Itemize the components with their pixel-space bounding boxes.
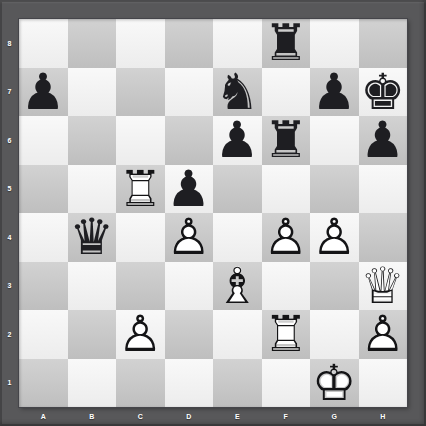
black-pawn[interactable]: ♟ — [359, 116, 408, 165]
square-c3[interactable] — [116, 262, 165, 311]
square-e8[interactable] — [213, 19, 262, 68]
square-h7[interactable]: ♚ — [359, 68, 408, 117]
black-rook[interactable]: ♜ — [262, 19, 311, 68]
white-rook-outline-glyph: ♖ — [116, 165, 165, 214]
square-h8[interactable] — [359, 19, 408, 68]
square-e3[interactable]: ♝♗ — [213, 262, 262, 311]
black-pawn[interactable]: ♟ — [165, 165, 214, 214]
black-king[interactable]: ♚ — [359, 68, 408, 117]
square-c8[interactable] — [116, 19, 165, 68]
square-h3[interactable]: ♛♕ — [359, 262, 408, 311]
rank-label-3: 3 — [0, 262, 19, 311]
square-g1[interactable]: ♚♔ — [310, 359, 359, 408]
rank-label-7: 7 — [0, 68, 19, 117]
square-b5[interactable] — [68, 165, 117, 214]
white-rook[interactable]: ♜♖ — [116, 165, 165, 214]
square-f2[interactable]: ♜♖ — [262, 310, 311, 359]
white-queen-outline-glyph: ♕ — [359, 262, 408, 311]
white-king-outline-glyph: ♔ — [310, 359, 359, 408]
square-d6[interactable] — [165, 116, 214, 165]
white-king[interactable]: ♚♔ — [310, 359, 359, 408]
file-label-h: H — [359, 407, 408, 426]
square-h2[interactable]: ♟♙ — [359, 310, 408, 359]
black-pawn[interactable]: ♟ — [19, 68, 68, 117]
square-b8[interactable] — [68, 19, 117, 68]
black-queen-glyph: ♛ — [68, 213, 117, 262]
square-b1[interactable] — [68, 359, 117, 408]
square-g3[interactable] — [310, 262, 359, 311]
square-d7[interactable] — [165, 68, 214, 117]
black-knight[interactable]: ♞ — [213, 68, 262, 117]
square-f1[interactable] — [262, 359, 311, 408]
square-h4[interactable] — [359, 213, 408, 262]
white-pawn[interactable]: ♟♙ — [116, 310, 165, 359]
square-f3[interactable] — [262, 262, 311, 311]
square-g2[interactable] — [310, 310, 359, 359]
square-g8[interactable] — [310, 19, 359, 68]
square-a5[interactable] — [19, 165, 68, 214]
file-label-c: C — [116, 407, 165, 426]
file-label-d: D — [165, 407, 214, 426]
square-a4[interactable] — [19, 213, 68, 262]
white-pawn-outline-glyph: ♙ — [165, 213, 214, 262]
square-g6[interactable] — [310, 116, 359, 165]
square-e7[interactable]: ♞ — [213, 68, 262, 117]
white-pawn-outline-glyph: ♙ — [262, 213, 311, 262]
square-g5[interactable] — [310, 165, 359, 214]
square-b2[interactable] — [68, 310, 117, 359]
square-d8[interactable] — [165, 19, 214, 68]
black-pawn-glyph: ♟ — [310, 68, 359, 117]
square-f7[interactable] — [262, 68, 311, 117]
black-pawn-glyph: ♟ — [19, 68, 68, 117]
black-pawn-glyph: ♟ — [359, 116, 408, 165]
square-d1[interactable] — [165, 359, 214, 408]
square-d4[interactable]: ♟♙ — [165, 213, 214, 262]
square-f8[interactable]: ♜ — [262, 19, 311, 68]
file-label-b: B — [68, 407, 117, 426]
square-c2[interactable]: ♟♙ — [116, 310, 165, 359]
black-pawn-glyph: ♟ — [213, 116, 262, 165]
rank-label-6: 6 — [0, 116, 19, 165]
square-g7[interactable]: ♟ — [310, 68, 359, 117]
file-label-e: E — [213, 407, 262, 426]
square-f6[interactable]: ♜ — [262, 116, 311, 165]
square-f5[interactable] — [262, 165, 311, 214]
black-king-glyph: ♚ — [359, 68, 408, 117]
square-e1[interactable] — [213, 359, 262, 408]
square-h6[interactable]: ♟ — [359, 116, 408, 165]
file-label-f: F — [262, 407, 311, 426]
square-d5[interactable]: ♟ — [165, 165, 214, 214]
black-queen[interactable]: ♛ — [68, 213, 117, 262]
square-e4[interactable] — [213, 213, 262, 262]
square-d2[interactable] — [165, 310, 214, 359]
white-pawn[interactable]: ♟♙ — [165, 213, 214, 262]
black-pawn[interactable]: ♟ — [213, 116, 262, 165]
rank-label-5: 5 — [0, 165, 19, 214]
white-rook-outline-glyph: ♖ — [262, 310, 311, 359]
square-a3[interactable] — [19, 262, 68, 311]
square-h5[interactable] — [359, 165, 408, 214]
square-b3[interactable] — [68, 262, 117, 311]
square-e2[interactable] — [213, 310, 262, 359]
square-b4[interactable]: ♛ — [68, 213, 117, 262]
square-d3[interactable] — [165, 262, 214, 311]
black-pawn-glyph: ♟ — [165, 165, 214, 214]
square-e5[interactable] — [213, 165, 262, 214]
white-bishop[interactable]: ♝♗ — [213, 262, 262, 311]
square-c5[interactable]: ♜♖ — [116, 165, 165, 214]
square-h1[interactable] — [359, 359, 408, 408]
square-e6[interactable]: ♟ — [213, 116, 262, 165]
white-pawn[interactable]: ♟♙ — [310, 213, 359, 262]
white-pawn-outline-glyph: ♙ — [359, 310, 408, 359]
white-pawn-outline-glyph: ♙ — [116, 310, 165, 359]
black-rook-glyph: ♜ — [262, 116, 311, 165]
square-b7[interactable] — [68, 68, 117, 117]
square-a7[interactable]: ♟ — [19, 68, 68, 117]
chess-board: ♜♟♞♟♚♟♜♟♜♖♟♛♟♙♟♙♟♙♝♗♛♕♟♙♜♖♟♙♚♔ — [19, 19, 407, 407]
square-c6[interactable] — [116, 116, 165, 165]
square-c4[interactable] — [116, 213, 165, 262]
white-pawn[interactable]: ♟♙ — [262, 213, 311, 262]
file-label-a: A — [19, 407, 68, 426]
square-b6[interactable] — [68, 116, 117, 165]
rank-label-8: 8 — [0, 19, 19, 68]
black-pawn[interactable]: ♟ — [310, 68, 359, 117]
square-a8[interactable] — [19, 19, 68, 68]
black-rook-glyph: ♜ — [262, 19, 311, 68]
white-bishop-outline-glyph: ♗ — [213, 262, 262, 311]
board-frame: ♜♟♞♟♚♟♜♟♜♖♟♛♟♙♟♙♟♙♝♗♛♕♟♙♜♖♟♙♚♔ 87654321A… — [0, 0, 426, 426]
square-a6[interactable] — [19, 116, 68, 165]
rank-label-1: 1 — [0, 359, 19, 408]
rank-label-2: 2 — [0, 310, 19, 359]
square-a1[interactable] — [19, 359, 68, 408]
white-pawn-outline-glyph: ♙ — [310, 213, 359, 262]
rank-label-4: 4 — [0, 213, 19, 262]
white-pawn[interactable]: ♟♙ — [359, 310, 408, 359]
square-c7[interactable] — [116, 68, 165, 117]
black-knight-glyph: ♞ — [213, 68, 262, 117]
white-rook[interactable]: ♜♖ — [262, 310, 311, 359]
black-rook[interactable]: ♜ — [262, 116, 311, 165]
square-c1[interactable] — [116, 359, 165, 408]
white-queen[interactable]: ♛♕ — [359, 262, 408, 311]
square-a2[interactable] — [19, 310, 68, 359]
square-g4[interactable]: ♟♙ — [310, 213, 359, 262]
square-f4[interactable]: ♟♙ — [262, 213, 311, 262]
